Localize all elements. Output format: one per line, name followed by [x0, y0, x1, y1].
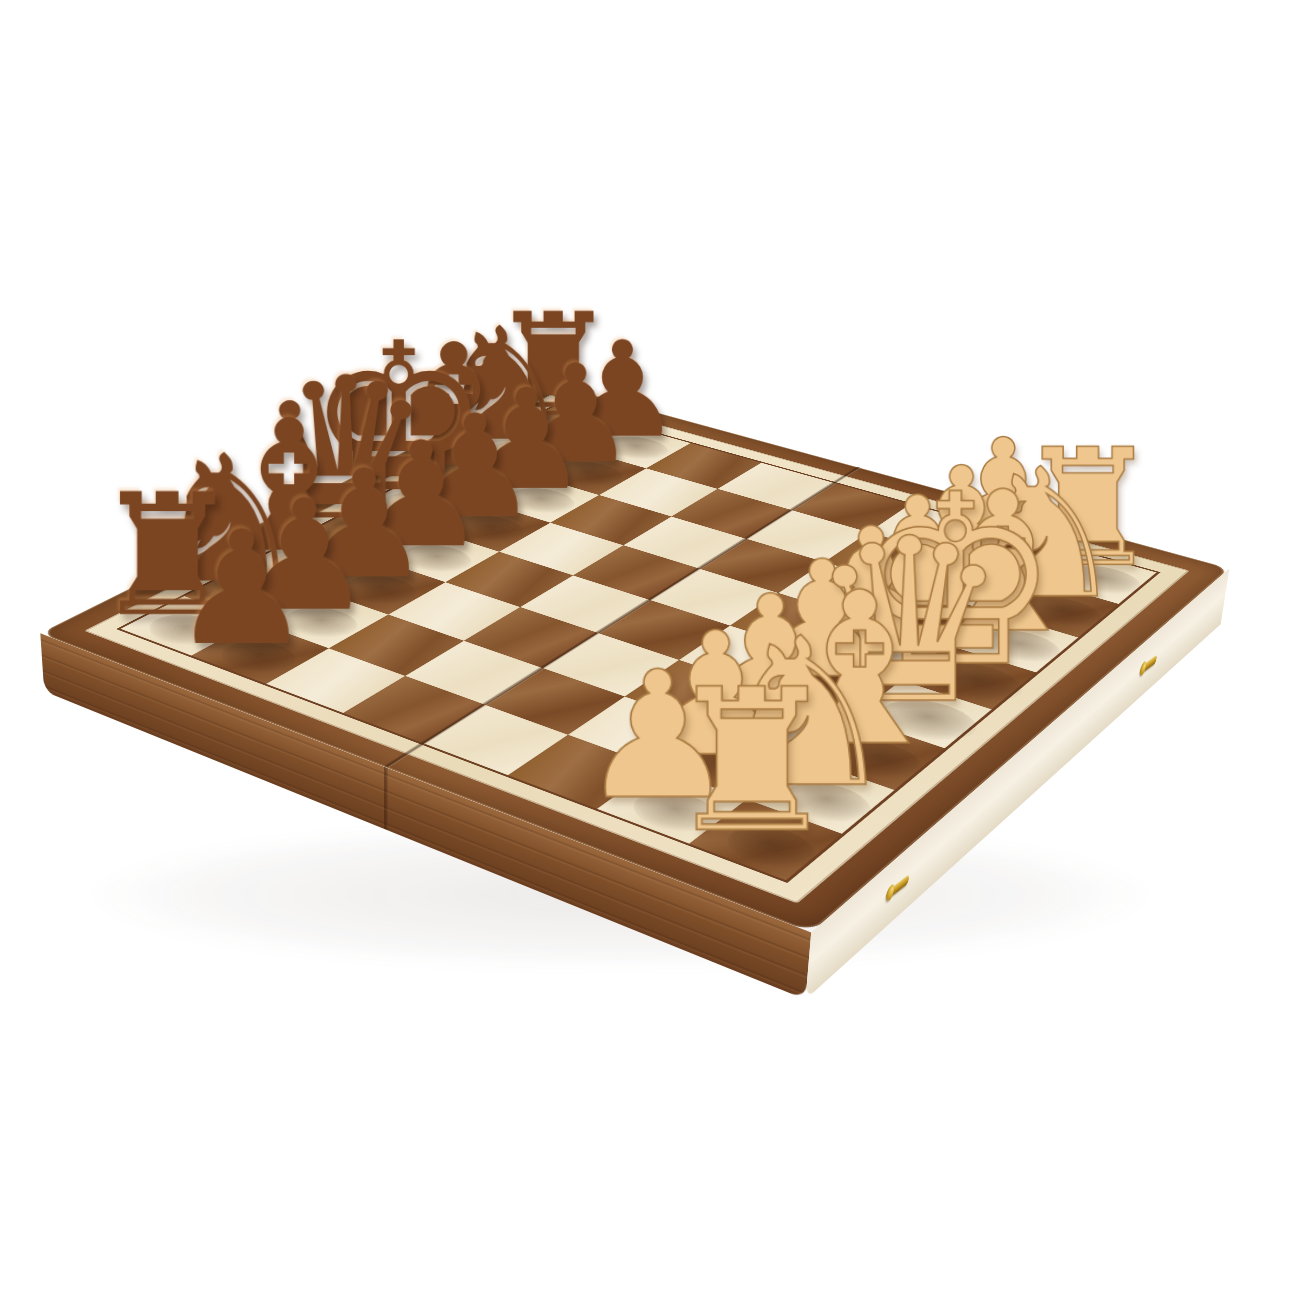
- product-photo-canvas: ♜♞♟♝♟♚♟♛♟♝♟♞♟♟♜♟♟♜♟♟♞♟♝♟♚♟♛♟♝♟♞♜: [0, 0, 1300, 1300]
- brass-clasp-far: [1139, 650, 1159, 680]
- white-rook-glyph: ♜: [596, 672, 908, 853]
- fold-seam-side: [384, 767, 388, 831]
- black-pawn-glyph: ♟: [105, 516, 377, 661]
- brass-clasp-near: [885, 869, 911, 906]
